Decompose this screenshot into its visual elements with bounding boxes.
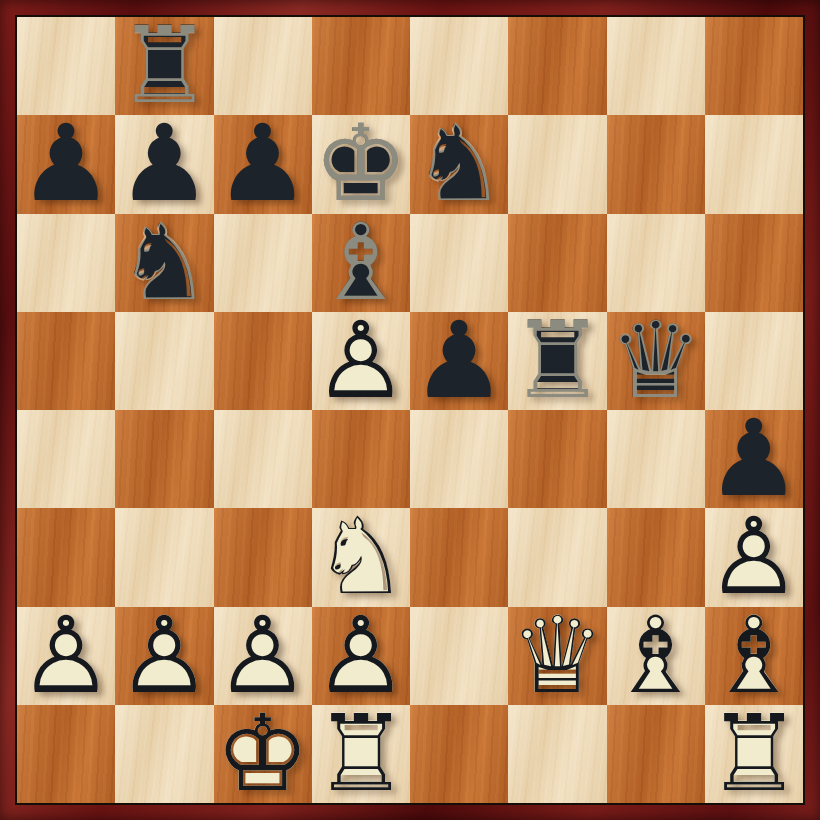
chess-board: ♜♖♟♟♟♚♔♞♘♞♘♝♗♟♙♟♜♖♛♕♟♞♘♟♙♟♙♟♙♟♙♟♙♛♕♝♗♝♗♚… [17,17,803,803]
square-f7[interactable] [508,115,606,213]
square-a6[interactable] [17,214,115,312]
square-h1[interactable]: ♜♖ [705,705,803,803]
piece-black-rook-b8[interactable]: ♜♖ [115,17,213,115]
square-h6[interactable] [705,214,803,312]
piece-black-rook-f5[interactable]: ♜♖ [508,312,606,410]
square-g4[interactable] [607,410,705,508]
square-a3[interactable] [17,508,115,606]
piece-black-pawn-h4[interactable]: ♟ [705,410,803,508]
square-c6[interactable] [214,214,312,312]
square-f2[interactable]: ♛♕ [508,607,606,705]
white-pawn-icon: ♙ [214,607,312,705]
square-g8[interactable] [607,17,705,115]
square-d7[interactable]: ♚♔ [312,115,410,213]
square-b6[interactable]: ♞♘ [115,214,213,312]
black-bishop-icon: ♗ [312,214,410,312]
piece-white-pawn-a2[interactable]: ♟♙ [17,607,115,705]
piece-white-bishop-h2[interactable]: ♝♗ [705,607,803,705]
piece-white-pawn-d2[interactable]: ♟♙ [312,607,410,705]
black-pawn-icon: ♟ [214,115,312,213]
black-pawn-icon: ♟ [410,312,508,410]
square-f6[interactable] [508,214,606,312]
square-a8[interactable] [17,17,115,115]
piece-black-pawn-a7[interactable]: ♟ [17,115,115,213]
square-c4[interactable] [214,410,312,508]
black-rook-icon: ♖ [115,17,213,115]
black-rook-icon: ♖ [508,312,606,410]
square-b7[interactable]: ♟ [115,115,213,213]
square-a4[interactable] [17,410,115,508]
square-g2[interactable]: ♝♗ [607,607,705,705]
square-g7[interactable] [607,115,705,213]
piece-white-bishop-g2[interactable]: ♝♗ [607,607,705,705]
black-pawn-icon: ♟ [705,410,803,508]
white-pawn-icon: ♙ [312,607,410,705]
square-g5[interactable]: ♛♕ [607,312,705,410]
black-king-icon: ♔ [312,115,410,213]
square-g1[interactable] [607,705,705,803]
square-g6[interactable] [607,214,705,312]
white-pawn-icon: ♙ [705,508,803,606]
piece-white-rook-h1[interactable]: ♜♖ [705,705,803,803]
piece-white-pawn-h3[interactable]: ♟♙ [705,508,803,606]
piece-black-knight-b6[interactable]: ♞♘ [115,214,213,312]
square-a1[interactable] [17,705,115,803]
white-rook-icon: ♖ [705,705,803,803]
square-d4[interactable] [312,410,410,508]
white-pawn-icon: ♙ [115,607,213,705]
square-d1[interactable]: ♜♖ [312,705,410,803]
square-h4[interactable]: ♟ [705,410,803,508]
piece-white-pawn-c2[interactable]: ♟♙ [214,607,312,705]
piece-black-knight-e7[interactable]: ♞♘ [410,115,508,213]
square-h5[interactable] [705,312,803,410]
square-f5[interactable]: ♜♖ [508,312,606,410]
square-e6[interactable] [410,214,508,312]
square-h3[interactable]: ♟♙ [705,508,803,606]
piece-white-pawn-b2[interactable]: ♟♙ [115,607,213,705]
white-queen-icon: ♕ [508,607,606,705]
piece-black-pawn-e5[interactable]: ♟ [410,312,508,410]
white-knight-icon: ♘ [312,508,410,606]
square-c5[interactable] [214,312,312,410]
piece-black-king-d7[interactable]: ♚♔ [312,115,410,213]
square-f1[interactable] [508,705,606,803]
white-rook-icon: ♖ [312,705,410,803]
square-b8[interactable]: ♜♖ [115,17,213,115]
square-c2[interactable]: ♟♙ [214,607,312,705]
piece-white-pawn-d5[interactable]: ♟♙ [312,312,410,410]
square-c7[interactable]: ♟ [214,115,312,213]
white-bishop-icon: ♗ [705,607,803,705]
white-bishop-icon: ♗ [607,607,705,705]
square-b1[interactable] [115,705,213,803]
square-h8[interactable] [705,17,803,115]
square-e1[interactable] [410,705,508,803]
square-f8[interactable] [508,17,606,115]
piece-white-queen-f2[interactable]: ♛♕ [508,607,606,705]
square-c3[interactable] [214,508,312,606]
square-e3[interactable] [410,508,508,606]
black-queen-icon: ♕ [607,312,705,410]
square-b3[interactable] [115,508,213,606]
square-e5[interactable]: ♟ [410,312,508,410]
white-pawn-icon: ♙ [17,607,115,705]
square-a7[interactable]: ♟ [17,115,115,213]
square-d2[interactable]: ♟♙ [312,607,410,705]
black-pawn-icon: ♟ [17,115,115,213]
black-pawn-icon: ♟ [115,115,213,213]
square-c8[interactable] [214,17,312,115]
square-h7[interactable] [705,115,803,213]
square-e7[interactable]: ♞♘ [410,115,508,213]
square-d6[interactable]: ♝♗ [312,214,410,312]
black-knight-icon: ♘ [410,115,508,213]
white-pawn-icon: ♙ [312,312,410,410]
piece-white-king-c1[interactable]: ♚♔ [214,705,312,803]
square-b4[interactable] [115,410,213,508]
square-e2[interactable] [410,607,508,705]
black-knight-icon: ♘ [115,214,213,312]
square-a2[interactable]: ♟♙ [17,607,115,705]
square-b5[interactable] [115,312,213,410]
square-a5[interactable] [17,312,115,410]
square-f3[interactable] [508,508,606,606]
square-b2[interactable]: ♟♙ [115,607,213,705]
piece-black-queen-g5[interactable]: ♛♕ [607,312,705,410]
board-frame: ♜♖♟♟♟♚♔♞♘♞♘♝♗♟♙♟♜♖♛♕♟♞♘♟♙♟♙♟♙♟♙♟♙♛♕♝♗♝♗♚… [0,0,820,820]
white-king-icon: ♔ [214,705,312,803]
piece-black-pawn-c7[interactable]: ♟ [214,115,312,213]
square-d8[interactable] [312,17,410,115]
square-e4[interactable] [410,410,508,508]
square-d5[interactable]: ♟♙ [312,312,410,410]
piece-white-knight-d3[interactable]: ♞♘ [312,508,410,606]
square-e8[interactable] [410,17,508,115]
square-d3[interactable]: ♞♘ [312,508,410,606]
square-h2[interactable]: ♝♗ [705,607,803,705]
piece-white-rook-d1[interactable]: ♜♖ [312,705,410,803]
piece-black-bishop-d6[interactable]: ♝♗ [312,214,410,312]
square-f4[interactable] [508,410,606,508]
piece-black-pawn-b7[interactable]: ♟ [115,115,213,213]
square-c1[interactable]: ♚♔ [214,705,312,803]
square-g3[interactable] [607,508,705,606]
